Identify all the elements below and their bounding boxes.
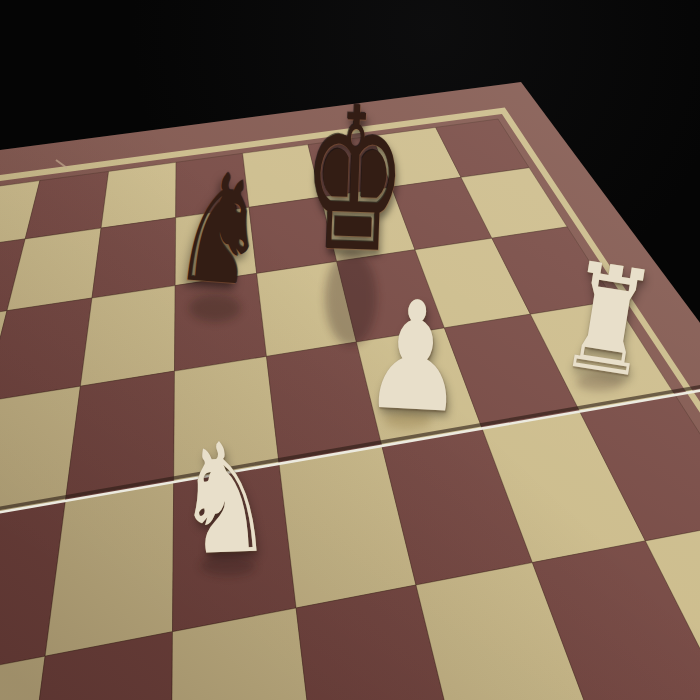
photo-scene: ♚♞♜♟♞ xyxy=(0,0,700,700)
piece-white-pawn-f5[interactable]: ♟ xyxy=(361,279,470,434)
piece-white-knight-d4[interactable]: ♞ xyxy=(174,422,275,577)
piece-black-king-f7[interactable]: ♚ xyxy=(300,80,410,281)
piece-black-knight-d7[interactable]: ♞ xyxy=(169,152,271,308)
